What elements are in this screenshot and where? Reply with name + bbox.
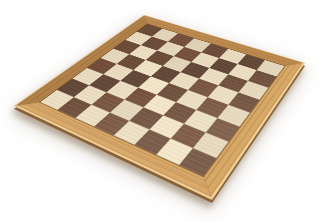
board-shadow [0,0,320,222]
photo-background [0,0,320,222]
chessboard [14,15,305,200]
